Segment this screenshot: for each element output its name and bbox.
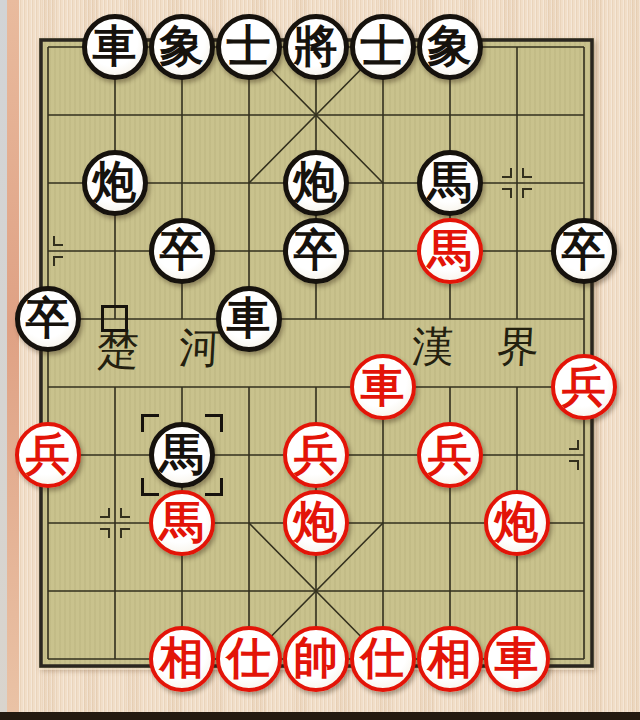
red-chariot-f5[interactable]: 車 [350,354,416,420]
piece-glyph: 馬 [160,432,204,476]
piece-glyph: 車 [495,636,539,680]
black-advisor-f0[interactable]: 士 [350,14,416,80]
piece-glyph: 兵 [428,432,472,476]
red-soldier-e6[interactable]: 兵 [283,422,349,488]
piece-glyph: 炮 [294,500,338,544]
red-elephant-g9[interactable]: 相 [417,626,483,692]
piece-glyph: 兵 [562,364,606,408]
piece-glyph: 車 [361,364,405,408]
red-cannon-e7[interactable]: 炮 [283,490,349,556]
piece-glyph: 馬 [428,228,472,272]
piece-glyph: 卒 [294,228,338,272]
red-soldier-a6[interactable]: 兵 [15,422,81,488]
red-cannon-h7[interactable]: 炮 [484,490,550,556]
last-move-target-bracket [141,478,159,496]
piece-glyph: 馬 [428,160,472,204]
red-soldier-i5[interactable]: 兵 [551,354,617,420]
red-elephant-c9[interactable]: 相 [149,626,215,692]
piece-glyph: 馬 [160,500,204,544]
piece-glyph: 車 [227,296,271,340]
piece-glyph: 車 [93,24,137,68]
piece-glyph: 卒 [160,228,204,272]
black-cannon-e2[interactable]: 炮 [283,150,349,216]
red-advisor-d9[interactable]: 仕 [216,626,282,692]
piece-glyph: 兵 [294,432,338,476]
black-elephant-g0[interactable]: 象 [417,14,483,80]
piece-glyph: 相 [160,636,204,680]
red-general-e9[interactable]: 帥 [283,626,349,692]
red-horse-c7[interactable]: 馬 [149,490,215,556]
last-move-target-bracket [141,414,159,432]
black-horse-g2[interactable]: 馬 [417,150,483,216]
piece-glyph: 兵 [26,432,70,476]
piece-glyph: 相 [428,636,472,680]
last-move-target-bracket [205,478,223,496]
black-horse-c6[interactable]: 馬 [149,422,215,488]
black-cannon-b2[interactable]: 炮 [82,150,148,216]
piece-glyph: 卒 [562,228,606,272]
piece-glyph: 仕 [361,636,405,680]
piece-glyph: 帥 [294,636,338,680]
board[interactable]: 車象士將士象炮炮馬卒卒卒卒車馬馬車兵兵兵兵馬炮炮相仕帥仕相車 [14,13,617,693]
piece-glyph: 象 [160,24,204,68]
red-chariot-h9[interactable]: 車 [484,626,550,692]
piece-glyph: 卒 [26,296,70,340]
black-general-e0[interactable]: 將 [283,14,349,80]
red-soldier-g6[interactable]: 兵 [417,422,483,488]
black-chariot-d4[interactable]: 車 [216,286,282,352]
last-move-origin-marker [101,305,128,332]
black-advisor-d0[interactable]: 士 [216,14,282,80]
red-horse-g3[interactable]: 馬 [417,218,483,284]
piece-glyph: 將 [294,24,338,68]
red-advisor-f9[interactable]: 仕 [350,626,416,692]
piece-glyph: 士 [227,24,271,68]
black-soldier-e3[interactable]: 卒 [283,218,349,284]
bottom-dark-strip [0,712,640,720]
piece-glyph: 炮 [294,160,338,204]
black-elephant-c0[interactable]: 象 [149,14,215,80]
piece-glyph: 士 [361,24,405,68]
black-soldier-c3[interactable]: 卒 [149,218,215,284]
black-soldier-a4[interactable]: 卒 [15,286,81,352]
piece-glyph: 象 [428,24,472,68]
piece-glyph: 仕 [227,636,271,680]
xiangqi-app-window: 楚 河 漢 界 車象士將士象炮炮馬卒卒卒卒車馬馬車兵兵兵兵馬炮炮相仕帥仕相車 [0,0,640,720]
last-move-target-bracket [205,414,223,432]
piece-glyph: 炮 [93,160,137,204]
black-chariot-b0[interactable]: 車 [82,14,148,80]
piece-glyph: 炮 [495,500,539,544]
black-soldier-i3[interactable]: 卒 [551,218,617,284]
